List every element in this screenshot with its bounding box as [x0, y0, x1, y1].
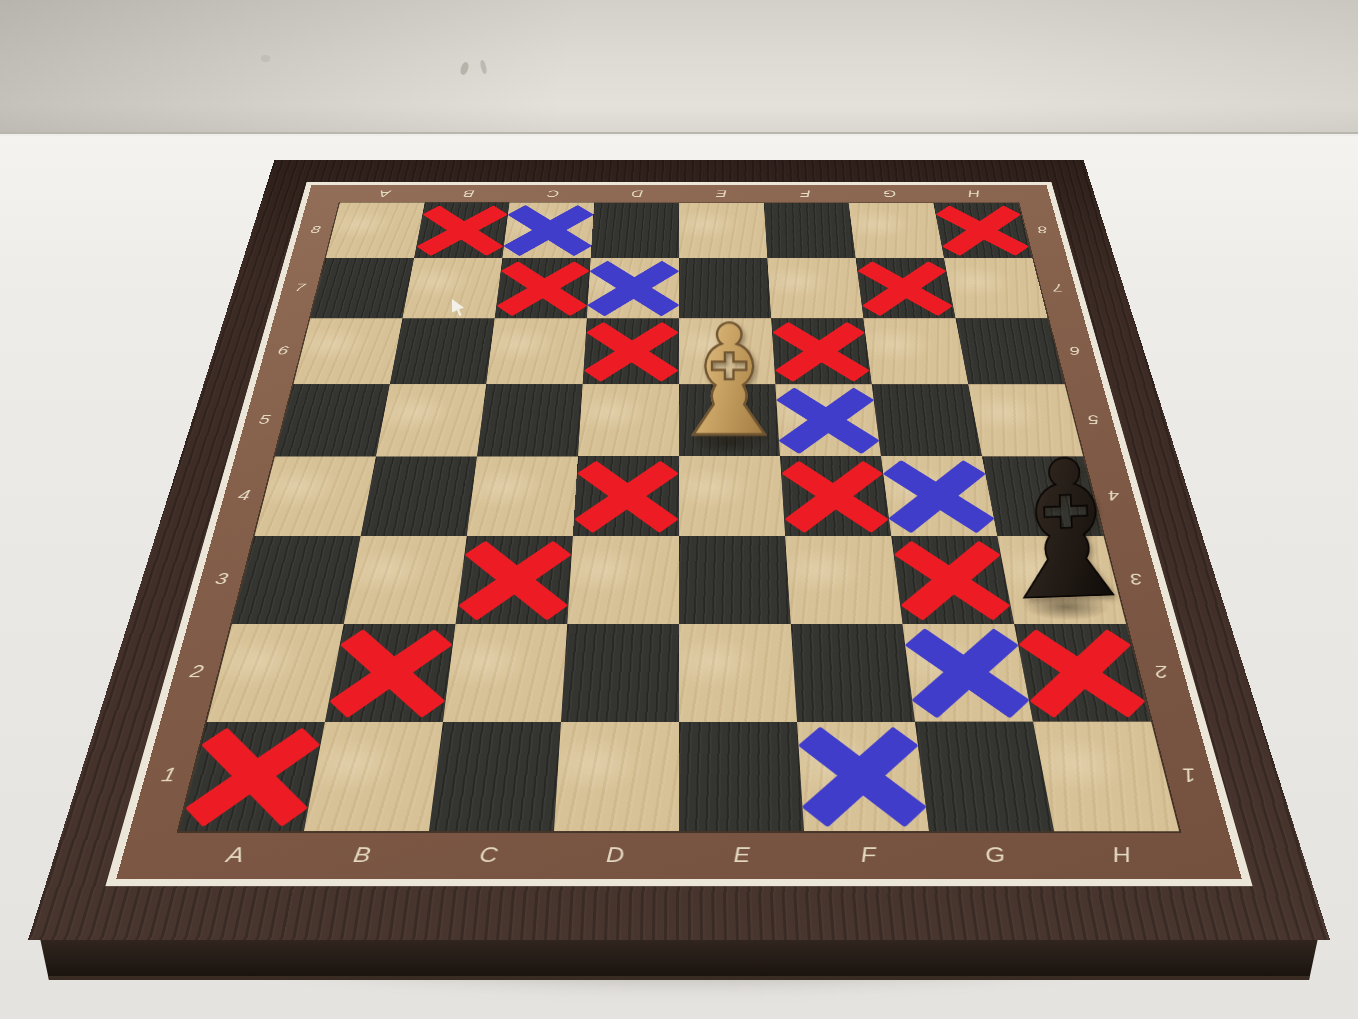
board-side-edge	[40, 938, 1318, 980]
black-bishop[interactable]: ♝	[978, 439, 1154, 625]
file-label-top-f: F	[763, 185, 849, 202]
square-e5[interactable]: ♝	[679, 384, 780, 456]
square-b3[interactable]	[344, 536, 467, 624]
square-e3[interactable]	[679, 536, 791, 624]
file-label-top-a: A	[340, 185, 428, 202]
square-c5[interactable]	[477, 384, 583, 456]
square-g7[interactable]	[856, 258, 956, 318]
square-c1[interactable]	[429, 722, 561, 831]
board-grid: ♝♝	[179, 203, 1179, 832]
file-label-bottom-h: H	[1054, 831, 1191, 878]
red-x-marker	[940, 206, 1025, 254]
file-label-bottom-d: D	[551, 831, 679, 878]
square-f8[interactable]	[764, 203, 856, 259]
square-d4[interactable]	[573, 456, 679, 535]
square-e8[interactable]	[679, 203, 767, 259]
file-label-bottom-a: A	[167, 831, 304, 878]
square-d7[interactable]	[587, 258, 679, 318]
square-a3[interactable]	[232, 536, 361, 624]
square-a4[interactable]	[255, 456, 376, 535]
blue-x-marker	[594, 262, 673, 314]
board-inlay-line: ♝♝ AABBCCDDEEFFGGHH8877665544332211	[105, 182, 1252, 886]
file-label-top-e: E	[679, 185, 764, 202]
file-label-bottom-e: E	[679, 831, 807, 878]
square-b5[interactable]	[376, 384, 486, 456]
blue-x-marker	[889, 462, 989, 530]
red-x-marker	[1023, 630, 1141, 714]
square-c8[interactable]	[502, 203, 594, 259]
file-label-top-b: B	[425, 185, 512, 202]
square-f3[interactable]	[785, 536, 902, 624]
square-g8[interactable]	[849, 203, 944, 259]
square-d8[interactable]	[591, 203, 679, 259]
red-x-marker	[421, 206, 503, 254]
square-c4[interactable]	[467, 456, 578, 535]
square-d2[interactable]	[561, 624, 679, 722]
square-b1[interactable]	[304, 722, 443, 831]
square-b4[interactable]	[361, 456, 477, 535]
square-g6[interactable]	[863, 318, 968, 384]
wall-scuff-mark	[261, 55, 270, 62]
square-h6[interactable]	[956, 318, 1065, 384]
file-label-bottom-b: B	[295, 831, 429, 878]
square-g1[interactable]	[915, 722, 1054, 831]
blue-x-marker	[806, 729, 920, 823]
file-label-top-c: C	[509, 185, 595, 202]
square-d3[interactable]	[567, 536, 679, 624]
square-f1[interactable]	[797, 722, 929, 831]
wall-shading	[0, 0, 1358, 132]
square-b8[interactable]	[414, 203, 509, 259]
square-b6[interactable]	[390, 318, 495, 384]
square-g5[interactable]	[872, 384, 982, 456]
blue-x-marker	[509, 206, 588, 254]
wall	[0, 0, 1358, 134]
square-h8[interactable]	[933, 203, 1032, 259]
square-e1[interactable]	[679, 722, 804, 831]
square-f4[interactable]	[780, 456, 891, 535]
square-d1[interactable]	[554, 722, 679, 831]
square-g2[interactable]	[903, 624, 1034, 722]
photo-scene: ♝♝ AABBCCDDEEFFGGHH8877665544332211	[0, 0, 1358, 1019]
file-label-bottom-c: C	[423, 831, 554, 878]
square-h3[interactable]: ♝	[997, 536, 1126, 624]
red-x-marker	[502, 262, 585, 314]
square-c7[interactable]	[495, 258, 591, 318]
file-label-top-d: D	[594, 185, 679, 202]
square-f2[interactable]	[791, 624, 915, 722]
file-label-top-h: H	[930, 185, 1018, 202]
red-x-marker	[787, 462, 883, 530]
red-x-marker	[464, 542, 565, 618]
square-b2[interactable]	[325, 624, 456, 722]
square-h7[interactable]	[944, 258, 1048, 318]
red-x-marker	[862, 262, 948, 314]
file-label-bottom-f: F	[804, 831, 935, 878]
file-label-top-g: G	[846, 185, 933, 202]
red-x-marker	[581, 462, 672, 530]
square-a6[interactable]	[293, 318, 402, 384]
square-c3[interactable]	[455, 536, 572, 624]
red-x-marker	[190, 729, 316, 823]
square-a7[interactable]	[310, 258, 414, 318]
red-x-marker	[335, 630, 447, 714]
square-e2[interactable]	[679, 624, 797, 722]
square-c6[interactable]	[486, 318, 587, 384]
square-e4[interactable]	[679, 456, 785, 535]
board-border-band: ♝♝ AABBCCDDEEFFGGHH8877665544332211	[116, 185, 1241, 879]
blue-x-marker	[911, 630, 1023, 714]
file-label-bottom-g: G	[929, 831, 1063, 878]
square-a8[interactable]	[326, 203, 425, 259]
square-a5[interactable]	[275, 384, 390, 456]
square-c2[interactable]	[443, 624, 567, 722]
